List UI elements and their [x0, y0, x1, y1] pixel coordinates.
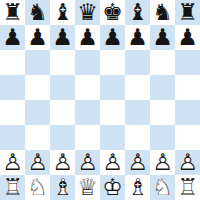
black-pawn[interactable]: ♟	[125, 25, 150, 50]
square-g8[interactable]: ♞	[150, 0, 175, 25]
chess-board: ♜♞♝♛♚♝♞♜♟♟♟♟♟♟♟♟♟♙♟♙♟♙♟♙♟♙♟♙♟♙♟♙♜♖♞♘♝♗♛♕…	[0, 0, 200, 200]
piece-fill-glyph: ♟	[125, 25, 150, 50]
square-g7[interactable]: ♟	[150, 25, 175, 50]
black-queen[interactable]: ♛	[75, 0, 100, 25]
square-a4[interactable]	[0, 100, 25, 125]
square-d8[interactable]: ♛	[75, 0, 100, 25]
black-pawn[interactable]: ♟	[150, 25, 175, 50]
square-d4[interactable]	[75, 100, 100, 125]
square-g3[interactable]	[150, 125, 175, 150]
white-pawn[interactable]: ♟♙	[50, 150, 75, 175]
white-pawn[interactable]: ♟♙	[75, 150, 100, 175]
black-pawn[interactable]: ♟	[175, 25, 200, 50]
piece-fill-glyph: ♟	[25, 25, 50, 50]
square-d7[interactable]: ♟	[75, 25, 100, 50]
square-c7[interactable]: ♟	[50, 25, 75, 50]
square-d3[interactable]	[75, 125, 100, 150]
black-king[interactable]: ♚	[100, 0, 125, 25]
black-pawn[interactable]: ♟	[100, 25, 125, 50]
white-pawn[interactable]: ♟♙	[100, 150, 125, 175]
square-d5[interactable]	[75, 75, 100, 100]
piece-outline-glyph: ♖	[175, 175, 200, 200]
square-f8[interactable]: ♝	[125, 0, 150, 25]
square-h8[interactable]: ♜	[175, 0, 200, 25]
square-e4[interactable]	[100, 100, 125, 125]
piece-outline-glyph: ♖	[0, 175, 25, 200]
white-knight[interactable]: ♞♘	[25, 175, 50, 200]
white-queen[interactable]: ♛♕	[75, 175, 100, 200]
square-a5[interactable]	[0, 75, 25, 100]
square-h4[interactable]	[175, 100, 200, 125]
white-bishop[interactable]: ♝♗	[50, 175, 75, 200]
square-e2[interactable]: ♟♙	[100, 150, 125, 175]
square-d6[interactable]	[75, 50, 100, 75]
square-b6[interactable]	[25, 50, 50, 75]
piece-outline-glyph: ♘	[150, 175, 175, 200]
square-d2[interactable]: ♟♙	[75, 150, 100, 175]
piece-fill-glyph: ♟	[0, 25, 25, 50]
square-a8[interactable]: ♜	[0, 0, 25, 25]
piece-fill-glyph: ♟	[50, 25, 75, 50]
square-c1[interactable]: ♝♗	[50, 175, 75, 200]
piece-fill-glyph: ♝	[125, 0, 150, 25]
square-h1[interactable]: ♜♖	[175, 175, 200, 200]
piece-outline-glyph: ♗	[50, 175, 75, 200]
black-rook[interactable]: ♜	[175, 0, 200, 25]
square-e7[interactable]: ♟	[100, 25, 125, 50]
piece-fill-glyph: ♟	[75, 25, 100, 50]
black-pawn[interactable]: ♟	[50, 25, 75, 50]
piece-outline-glyph: ♕	[75, 175, 100, 200]
white-pawn[interactable]: ♟♙	[175, 150, 200, 175]
square-c2[interactable]: ♟♙	[50, 150, 75, 175]
piece-fill-glyph: ♛	[75, 0, 100, 25]
white-pawn[interactable]: ♟♙	[150, 150, 175, 175]
piece-outline-glyph: ♙	[75, 150, 100, 175]
square-c6[interactable]	[50, 50, 75, 75]
black-knight[interactable]: ♞	[150, 0, 175, 25]
piece-outline-glyph: ♗	[125, 175, 150, 200]
square-g1[interactable]: ♞♘	[150, 175, 175, 200]
square-a6[interactable]	[0, 50, 25, 75]
white-bishop[interactable]: ♝♗	[125, 175, 150, 200]
white-knight[interactable]: ♞♘	[150, 175, 175, 200]
piece-fill-glyph: ♞	[25, 0, 50, 25]
black-pawn[interactable]: ♟	[25, 25, 50, 50]
piece-outline-glyph: ♙	[0, 150, 25, 175]
square-h5[interactable]	[175, 75, 200, 100]
square-c4[interactable]	[50, 100, 75, 125]
piece-fill-glyph: ♟	[175, 25, 200, 50]
piece-outline-glyph: ♙	[25, 150, 50, 175]
piece-fill-glyph: ♟	[150, 25, 175, 50]
square-a2[interactable]: ♟♙	[0, 150, 25, 175]
square-h3[interactable]	[175, 125, 200, 150]
square-b4[interactable]	[25, 100, 50, 125]
piece-fill-glyph: ♜	[0, 0, 25, 25]
square-e5[interactable]	[100, 75, 125, 100]
square-b1[interactable]: ♞♘	[25, 175, 50, 200]
square-b2[interactable]: ♟♙	[25, 150, 50, 175]
square-f5[interactable]	[125, 75, 150, 100]
square-g5[interactable]	[150, 75, 175, 100]
square-f2[interactable]: ♟♙	[125, 150, 150, 175]
white-rook[interactable]: ♜♖	[175, 175, 200, 200]
piece-outline-glyph: ♙	[175, 150, 200, 175]
piece-fill-glyph: ♜	[175, 0, 200, 25]
square-a3[interactable]	[0, 125, 25, 150]
square-g6[interactable]	[150, 50, 175, 75]
piece-fill-glyph: ♟	[100, 25, 125, 50]
square-a7[interactable]: ♟	[0, 25, 25, 50]
square-c5[interactable]	[50, 75, 75, 100]
white-pawn[interactable]: ♟♙	[25, 150, 50, 175]
piece-outline-glyph: ♙	[100, 150, 125, 175]
piece-fill-glyph: ♚	[100, 0, 125, 25]
square-f7[interactable]: ♟	[125, 25, 150, 50]
black-rook[interactable]: ♜	[0, 0, 25, 25]
square-h7[interactable]: ♟	[175, 25, 200, 50]
black-bishop[interactable]: ♝	[125, 0, 150, 25]
piece-fill-glyph: ♞	[150, 0, 175, 25]
white-rook[interactable]: ♜♖	[0, 175, 25, 200]
square-f3[interactable]	[125, 125, 150, 150]
square-e3[interactable]	[100, 125, 125, 150]
square-f4[interactable]	[125, 100, 150, 125]
piece-outline-glyph: ♘	[25, 175, 50, 200]
white-pawn[interactable]: ♟♙	[125, 150, 150, 175]
black-pawn[interactable]: ♟	[0, 25, 25, 50]
square-b3[interactable]	[25, 125, 50, 150]
square-e1[interactable]: ♚♔	[100, 175, 125, 200]
square-b8[interactable]: ♞	[25, 0, 50, 25]
piece-fill-glyph: ♝	[50, 0, 75, 25]
piece-outline-glyph: ♙	[150, 150, 175, 175]
square-c8[interactable]: ♝	[50, 0, 75, 25]
square-g2[interactable]: ♟♙	[150, 150, 175, 175]
square-g4[interactable]	[150, 100, 175, 125]
square-b5[interactable]	[25, 75, 50, 100]
square-a1[interactable]: ♜♖	[0, 175, 25, 200]
piece-outline-glyph: ♔	[100, 175, 125, 200]
square-c3[interactable]	[50, 125, 75, 150]
black-knight[interactable]: ♞	[25, 0, 50, 25]
square-b7[interactable]: ♟	[25, 25, 50, 50]
white-pawn[interactable]: ♟♙	[0, 150, 25, 175]
square-e6[interactable]	[100, 50, 125, 75]
piece-outline-glyph: ♙	[125, 150, 150, 175]
square-f6[interactable]	[125, 50, 150, 75]
square-h2[interactable]: ♟♙	[175, 150, 200, 175]
black-bishop[interactable]: ♝	[50, 0, 75, 25]
black-pawn[interactable]: ♟	[75, 25, 100, 50]
square-h6[interactable]	[175, 50, 200, 75]
piece-outline-glyph: ♙	[50, 150, 75, 175]
square-f1[interactable]: ♝♗	[125, 175, 150, 200]
square-e8[interactable]: ♚	[100, 0, 125, 25]
square-d1[interactable]: ♛♕	[75, 175, 100, 200]
white-king[interactable]: ♚♔	[100, 175, 125, 200]
